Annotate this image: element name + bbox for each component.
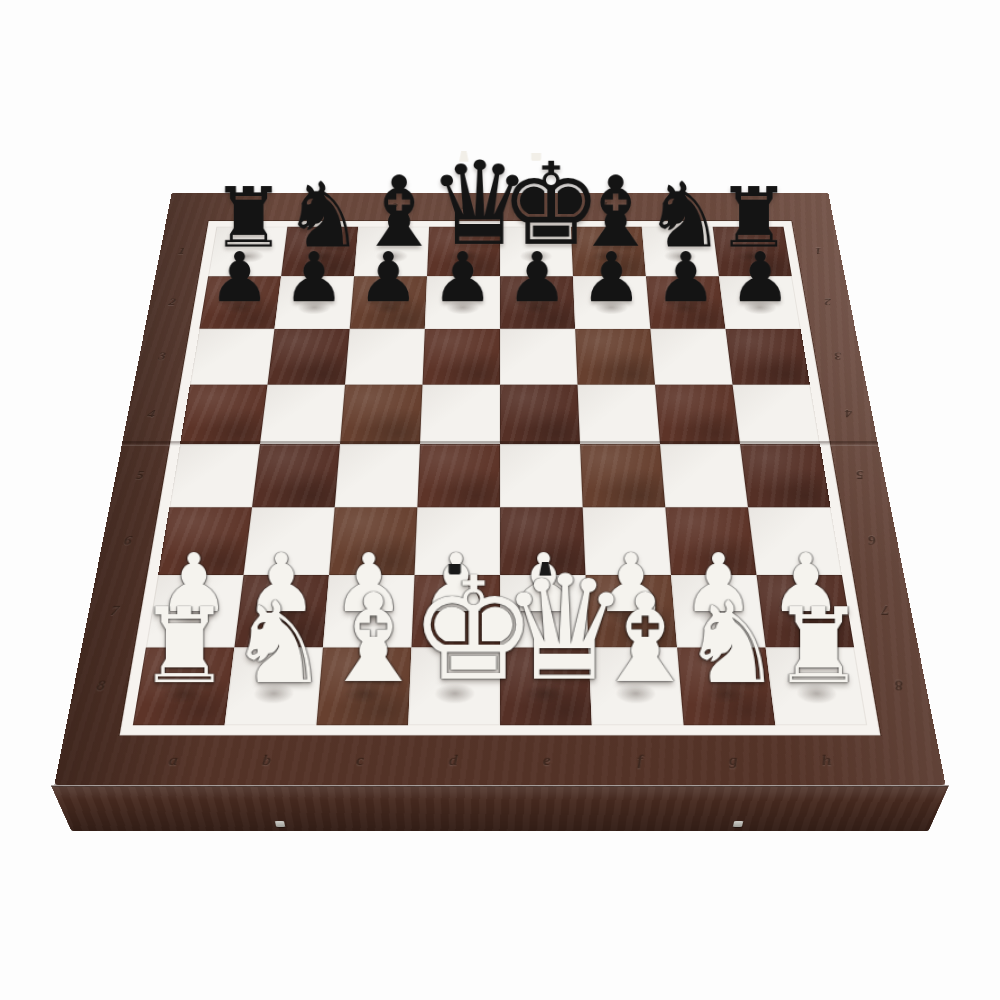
square-b4[interactable]: [252, 444, 340, 507]
rank-label-right-2: 2: [801, 276, 855, 329]
king-topper-cylinder: [448, 553, 460, 575]
board-front-face: [51, 785, 949, 831]
black-pawn-g7[interactable]: ♟: [649, 245, 723, 308]
file-label-bottom-h: h: [777, 735, 878, 785]
square-g4[interactable]: [660, 444, 748, 507]
square-c1[interactable]: ♝: [316, 647, 411, 725]
photo-background: abcdefgh abcdefgh 12345678 12345678 ♜♞♝♛…: [0, 0, 1000, 1000]
white-rook-glyph: ♜: [772, 599, 865, 695]
white-rook-a1[interactable]: ♜: [138, 599, 229, 695]
square-a1[interactable]: ♜: [133, 647, 235, 725]
square-g1[interactable]: ♞: [677, 647, 775, 725]
rank-label-right-1: 1: [792, 227, 844, 277]
rank-label-left-3: 3: [134, 329, 190, 385]
black-pawn-h7[interactable]: ♟: [723, 245, 797, 308]
file-label-bottom-a: a: [123, 735, 224, 785]
square-g7[interactable]: ♟: [646, 276, 726, 329]
black-pawn-glyph: ♟: [506, 245, 568, 308]
white-rook-glyph: ♜: [138, 599, 231, 695]
file-label-bottom-f: f: [592, 735, 688, 785]
white-king-d1[interactable]: ♚: [409, 564, 500, 695]
square-h6[interactable]: [726, 329, 811, 385]
square-c6[interactable]: [345, 329, 425, 385]
playing-field: ♜♞♝♛♚♝♞♜♟♟♟♟♟♟♟♟♟♟♟♟♟♟♟♟♜♞♝♚♛♝♞♜: [133, 227, 867, 726]
file-label-bottom-g: g: [684, 735, 783, 785]
square-a4[interactable]: [169, 444, 260, 507]
white-knight-glyph: ♞: [228, 591, 330, 695]
square-d5[interactable]: [420, 385, 500, 444]
square-c5[interactable]: [340, 385, 422, 444]
black-pawn-e7[interactable]: ♟: [500, 245, 574, 308]
black-pawn-glyph: ♟: [432, 245, 494, 308]
square-b7[interactable]: ♟: [274, 276, 354, 329]
square-b1[interactable]: ♞: [225, 647, 323, 725]
square-c7[interactable]: ♟: [350, 276, 427, 329]
black-pawn-glyph: ♟: [729, 245, 791, 308]
square-g6[interactable]: [650, 329, 732, 385]
file-label-bottom-c: c: [311, 735, 407, 785]
square-b6[interactable]: [267, 329, 349, 385]
square-a5[interactable]: [180, 385, 267, 444]
black-pawn-glyph: ♟: [358, 245, 420, 308]
black-pawn-glyph: ♟: [209, 245, 271, 308]
black-pawn-glyph: ♟: [283, 245, 345, 308]
hinge-pin-right: [732, 821, 743, 827]
file-labels-bottom: abcdefgh: [123, 735, 878, 785]
square-d7[interactable]: ♟: [425, 276, 500, 329]
square-f7[interactable]: ♟: [573, 276, 650, 329]
square-e4[interactable]: [500, 444, 583, 507]
chess-board: abcdefgh abcdefgh 12345678 12345678 ♜♞♝♛…: [54, 193, 945, 786]
rank-label-right-3: 3: [810, 329, 866, 385]
board-white-margin: ♜♞♝♛♚♝♞♜♟♟♟♟♟♟♟♟♟♟♟♟♟♟♟♟♜♞♝♚♛♝♞♜: [120, 221, 881, 736]
board-scene: abcdefgh abcdefgh 12345678 12345678 ♜♞♝♛…: [122, 66, 878, 822]
square-b5[interactable]: [260, 385, 345, 444]
square-a7[interactable]: ♟: [199, 276, 281, 329]
white-king-glyph: ♚: [409, 564, 537, 695]
square-e6[interactable]: [500, 329, 578, 385]
white-knight-g1[interactable]: ♞: [681, 591, 772, 695]
black-pawn-f7[interactable]: ♟: [574, 245, 648, 308]
black-pawn-d7[interactable]: ♟: [426, 245, 500, 308]
white-rook-h1[interactable]: ♜: [772, 599, 863, 695]
black-pawn-b7[interactable]: ♟: [277, 245, 351, 308]
white-knight-b1[interactable]: ♞: [228, 591, 319, 695]
square-h7[interactable]: ♟: [719, 276, 801, 329]
square-h4[interactable]: [740, 444, 831, 507]
square-c4[interactable]: [335, 444, 420, 507]
square-f5[interactable]: [578, 385, 660, 444]
file-label-bottom-d: d: [406, 735, 500, 785]
square-f6[interactable]: [575, 329, 655, 385]
square-g5[interactable]: [655, 385, 740, 444]
square-h5[interactable]: [733, 385, 820, 444]
square-f4[interactable]: [580, 444, 665, 507]
black-pawn-a7[interactable]: ♟: [203, 245, 277, 308]
file-label-bottom-b: b: [217, 735, 316, 785]
square-e5[interactable]: [500, 385, 580, 444]
king-topper-cylinder: [531, 143, 541, 160]
square-a6[interactable]: [190, 329, 275, 385]
hinge-pin-left: [275, 821, 286, 827]
black-pawn-glyph: ♟: [581, 245, 643, 308]
black-pawn-c7[interactable]: ♟: [351, 245, 425, 308]
square-d1[interactable]: ♚: [408, 647, 500, 725]
square-d6[interactable]: [422, 329, 500, 385]
black-pawn-glyph: ♟: [655, 245, 717, 308]
file-label-bottom-e: e: [500, 735, 594, 785]
white-bishop-c1[interactable]: ♝: [319, 583, 410, 696]
square-d4[interactable]: [417, 444, 500, 507]
square-e7[interactable]: ♟: [500, 276, 575, 329]
white-knight-glyph: ♞: [681, 591, 783, 695]
